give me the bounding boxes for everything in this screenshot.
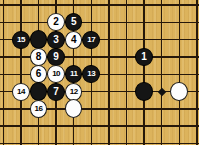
intersection[interactable]: 2 <box>47 14 65 31</box>
intersection[interactable] <box>65 48 83 65</box>
intersection[interactable] <box>100 48 118 65</box>
intersection[interactable] <box>118 83 136 100</box>
move-number: 15 <box>17 36 25 44</box>
intersection[interactable] <box>118 100 136 117</box>
intersection[interactable] <box>170 31 188 48</box>
move-number: 11 <box>70 70 77 78</box>
intersection[interactable]: 17 <box>82 31 100 48</box>
intersection[interactable] <box>153 31 171 48</box>
intersection[interactable] <box>153 83 171 100</box>
intersection[interactable] <box>188 100 199 117</box>
intersection[interactable] <box>153 14 171 31</box>
move-number: 12 <box>70 88 78 96</box>
intersection[interactable] <box>30 83 48 100</box>
intersection[interactable] <box>12 117 30 134</box>
white-stone <box>65 99 83 118</box>
intersection[interactable] <box>153 0 171 14</box>
intersection[interactable] <box>135 83 153 100</box>
intersection[interactable] <box>30 31 48 48</box>
intersection[interactable] <box>188 14 199 31</box>
intersection[interactable] <box>100 0 118 14</box>
intersection[interactable] <box>170 14 188 31</box>
intersection[interactable]: 13 <box>82 66 100 83</box>
intersection[interactable] <box>30 0 48 14</box>
intersection[interactable] <box>0 100 12 117</box>
move-number: 3 <box>53 35 59 45</box>
intersection[interactable] <box>170 100 188 117</box>
black-stone: 17 <box>82 31 100 49</box>
black-stone: 3 <box>47 31 65 49</box>
intersection[interactable] <box>188 117 199 134</box>
intersection[interactable] <box>153 66 171 83</box>
move-number: 7 <box>53 87 59 97</box>
intersection[interactable] <box>170 135 188 145</box>
black-stone <box>30 30 48 49</box>
black-stone: 5 <box>65 13 83 31</box>
black-stone <box>135 82 153 101</box>
white-stone: 14 <box>12 83 30 101</box>
intersection[interactable] <box>153 48 171 65</box>
intersection[interactable] <box>0 14 12 31</box>
intersection[interactable] <box>188 0 199 14</box>
white-stone: 4 <box>65 31 83 49</box>
intersection[interactable] <box>135 0 153 14</box>
intersection[interactable]: 6 <box>30 66 48 83</box>
intersection[interactable] <box>12 100 30 117</box>
intersection[interactable] <box>118 14 136 31</box>
intersection[interactable]: 5 <box>65 14 83 31</box>
white-stone: 8 <box>30 48 48 66</box>
intersection[interactable] <box>30 14 48 31</box>
intersection[interactable] <box>118 66 136 83</box>
intersection[interactable] <box>100 31 118 48</box>
move-number: 10 <box>52 70 60 78</box>
star-point-marker <box>157 87 165 95</box>
move-number: 13 <box>87 70 95 78</box>
intersection[interactable] <box>135 14 153 31</box>
white-stone: 6 <box>30 65 48 83</box>
intersection[interactable] <box>65 100 83 117</box>
intersection[interactable] <box>65 135 83 145</box>
intersection[interactable] <box>135 66 153 83</box>
intersection[interactable] <box>0 135 12 145</box>
intersection[interactable] <box>100 83 118 100</box>
intersection[interactable]: 14 <box>12 83 30 100</box>
intersection[interactable] <box>82 117 100 134</box>
intersection[interactable] <box>135 135 153 145</box>
intersection[interactable] <box>12 135 30 145</box>
intersection[interactable]: 12 <box>65 83 83 100</box>
intersection[interactable] <box>170 117 188 134</box>
go-board-grid: 2515341789161011131471216 <box>0 0 199 145</box>
intersection[interactable] <box>65 0 83 14</box>
move-number: 5 <box>71 17 77 27</box>
intersection[interactable] <box>170 0 188 14</box>
intersection[interactable] <box>170 48 188 65</box>
move-number: 8 <box>36 52 42 62</box>
intersection[interactable] <box>47 135 65 145</box>
intersection[interactable]: 15 <box>12 31 30 48</box>
intersection[interactable] <box>47 0 65 14</box>
intersection[interactable] <box>188 31 199 48</box>
intersection[interactable] <box>135 117 153 134</box>
intersection[interactable] <box>30 135 48 145</box>
black-stone <box>30 82 48 101</box>
intersection[interactable] <box>0 48 12 65</box>
white-stone: 12 <box>65 83 83 101</box>
intersection[interactable]: 16 <box>30 100 48 117</box>
intersection[interactable] <box>135 31 153 48</box>
black-stone: 11 <box>65 65 83 83</box>
black-stone: 7 <box>47 83 65 101</box>
intersection[interactable] <box>12 48 30 65</box>
move-number: 16 <box>35 105 43 113</box>
intersection[interactable] <box>100 135 118 145</box>
black-stone: 15 <box>12 31 30 49</box>
white-stone: 10 <box>47 65 65 83</box>
black-stone: 9 <box>47 48 65 66</box>
white-stone: 2 <box>47 13 65 31</box>
intersection[interactable] <box>100 117 118 134</box>
intersection[interactable] <box>0 83 12 100</box>
intersection[interactable] <box>118 31 136 48</box>
intersection[interactable]: 3 <box>47 31 65 48</box>
intersection[interactable] <box>188 83 199 100</box>
move-number: 2 <box>53 17 59 27</box>
move-number: 1 <box>141 52 147 62</box>
intersection[interactable] <box>65 117 83 134</box>
intersection[interactable] <box>0 0 12 14</box>
move-number: 9 <box>53 52 59 62</box>
intersection[interactable] <box>12 14 30 31</box>
intersection[interactable] <box>188 48 199 65</box>
intersection[interactable] <box>153 100 171 117</box>
black-stone: 13 <box>82 65 100 83</box>
intersection[interactable] <box>0 31 12 48</box>
intersection[interactable] <box>12 66 30 83</box>
intersection[interactable]: 8 <box>30 48 48 65</box>
move-number: 17 <box>87 36 95 44</box>
intersection[interactable] <box>100 14 118 31</box>
intersection[interactable] <box>47 117 65 134</box>
intersection[interactable] <box>82 135 100 145</box>
intersection[interactable] <box>82 14 100 31</box>
intersection[interactable] <box>100 100 118 117</box>
intersection[interactable] <box>188 135 199 145</box>
intersection[interactable] <box>82 48 100 65</box>
intersection[interactable] <box>153 135 171 145</box>
intersection[interactable] <box>135 100 153 117</box>
white-stone <box>170 82 188 101</box>
intersection[interactable] <box>170 66 188 83</box>
intersection[interactable] <box>188 66 199 83</box>
intersection[interactable]: 11 <box>65 66 83 83</box>
go-board: 2515341789161011131471216 <box>0 0 199 145</box>
intersection[interactable] <box>82 100 100 117</box>
intersection[interactable] <box>170 83 188 100</box>
intersection[interactable] <box>118 48 136 65</box>
intersection[interactable] <box>118 0 136 14</box>
intersection[interactable] <box>47 100 65 117</box>
black-stone: 1 <box>135 48 153 66</box>
white-stone: 16 <box>30 100 48 118</box>
intersection[interactable]: 1 <box>135 48 153 65</box>
intersection[interactable] <box>0 66 12 83</box>
intersection[interactable] <box>153 117 171 134</box>
intersection[interactable]: 9 <box>47 48 65 65</box>
move-number: 4 <box>71 35 77 45</box>
move-number: 14 <box>17 88 25 96</box>
intersection[interactable] <box>118 135 136 145</box>
intersection[interactable] <box>82 83 100 100</box>
intersection[interactable]: 10 <box>47 66 65 83</box>
move-number: 6 <box>36 69 42 79</box>
intersection[interactable] <box>12 0 30 14</box>
intersection[interactable] <box>118 117 136 134</box>
intersection[interactable] <box>0 117 12 134</box>
intersection[interactable] <box>82 0 100 14</box>
intersection[interactable]: 7 <box>47 83 65 100</box>
intersection[interactable] <box>30 117 48 134</box>
intersection[interactable] <box>100 66 118 83</box>
intersection[interactable]: 4 <box>65 31 83 48</box>
